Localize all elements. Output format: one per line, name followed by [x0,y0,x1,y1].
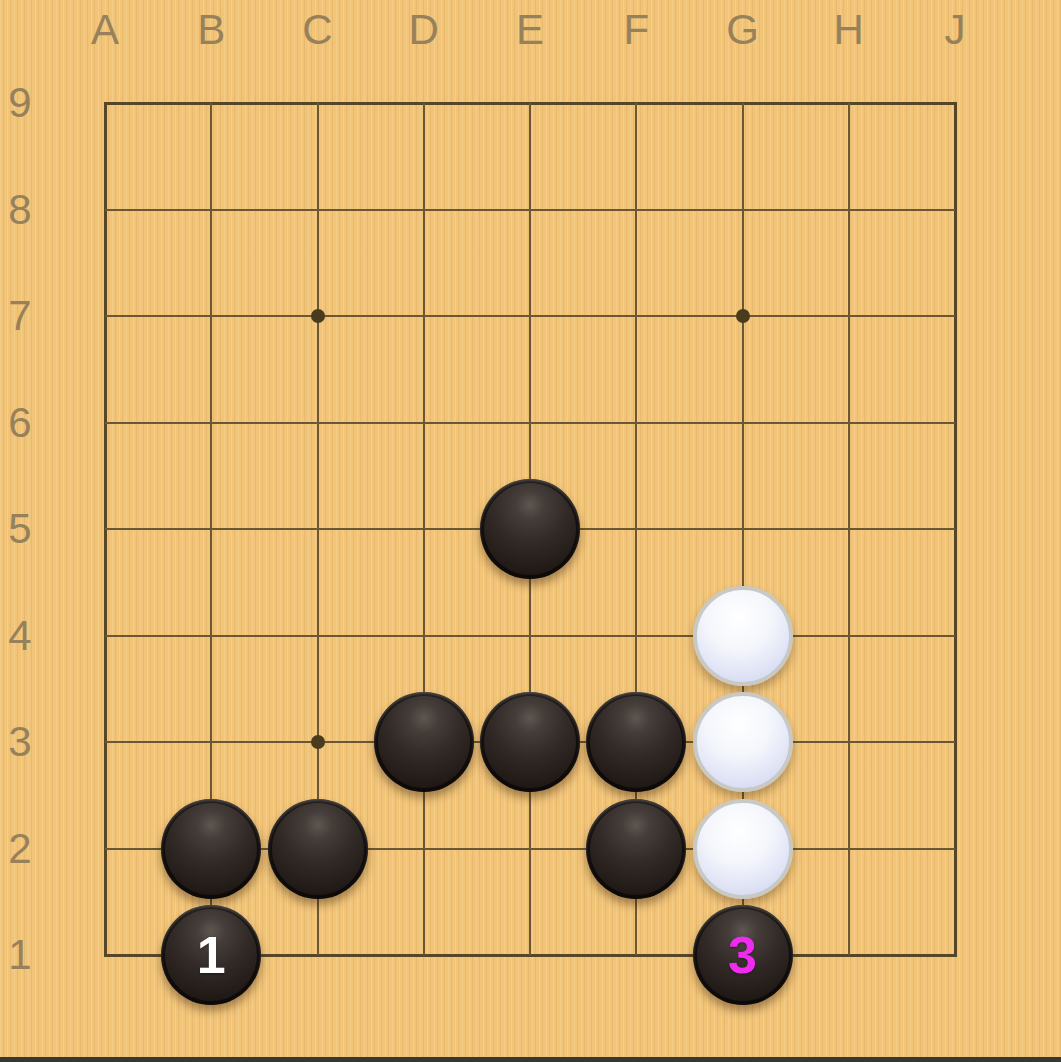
intersection-F1[interactable] [583,902,689,1009]
column-label-C: C [265,8,371,52]
intersection-D2[interactable] [371,795,477,902]
intersection-G1[interactable]: 3 [689,902,795,1009]
intersection-B2[interactable] [158,795,264,902]
black-stone-B2[interactable] [161,799,261,899]
intersection-H6[interactable] [796,369,902,476]
intersection-D1[interactable] [371,902,477,1009]
intersection-D6[interactable] [371,369,477,476]
intersection-F8[interactable] [583,156,689,263]
row-label-7: 7 [0,294,40,338]
intersection-A7[interactable] [52,263,158,370]
intersection-G7[interactable] [689,263,795,370]
intersection-J7[interactable] [902,263,1008,370]
intersection-A9[interactable] [52,50,158,157]
intersection-A8[interactable] [52,156,158,263]
intersection-D9[interactable] [371,50,477,157]
intersection-E9[interactable] [477,50,583,157]
intersection-C3[interactable] [264,689,370,796]
star-point-C7 [311,309,325,323]
intersection-G6[interactable] [689,369,795,476]
row-label-4: 4 [0,614,40,658]
intersection-B9[interactable] [158,50,264,157]
intersection-D4[interactable] [371,582,477,689]
column-label-D: D [371,8,477,52]
intersection-A2[interactable] [52,795,158,902]
intersection-E1[interactable] [477,902,583,1009]
column-label-J: J [902,8,1008,52]
intersection-F3[interactable] [583,689,689,796]
column-label-A: A [52,8,158,52]
intersection-H1[interactable] [796,902,902,1009]
intersection-J3[interactable] [902,689,1008,796]
intersection-G9[interactable] [689,50,795,157]
intersection-B4[interactable] [158,582,264,689]
column-label-G: G [690,8,796,52]
intersection-J8[interactable] [902,156,1008,263]
intersection-H9[interactable] [796,50,902,157]
intersection-F4[interactable] [583,582,689,689]
intersection-A5[interactable] [52,476,158,583]
go-board: 13 ABCDEFGHJ987654321 [0,0,1061,1062]
intersection-C5[interactable] [264,476,370,583]
intersection-C1[interactable] [264,902,370,1009]
row-label-2: 2 [0,827,40,871]
intersection-G4[interactable] [689,582,795,689]
intersection-A6[interactable] [52,369,158,476]
intersection-D5[interactable] [371,476,477,583]
intersection-F7[interactable] [583,263,689,370]
intersection-B1[interactable]: 1 [158,902,264,1009]
intersection-J4[interactable] [902,582,1008,689]
column-label-F: F [583,8,689,52]
intersection-B3[interactable] [158,689,264,796]
intersection-B7[interactable] [158,263,264,370]
intersection-D3[interactable] [371,689,477,796]
intersection-F2[interactable] [583,795,689,902]
row-label-8: 8 [0,188,40,232]
star-point-C3 [311,735,325,749]
intersection-E6[interactable] [477,369,583,476]
black-stone-B1[interactable]: 1 [161,905,261,1005]
intersection-B8[interactable] [158,156,264,263]
window-bottom-edge [0,1057,1061,1062]
black-stone-G1[interactable]: 3 [693,905,793,1005]
intersection-J5[interactable] [902,476,1008,583]
black-stone-F2[interactable] [586,799,686,899]
intersection-C8[interactable] [264,156,370,263]
star-point-G7 [736,309,750,323]
intersection-B5[interactable] [158,476,264,583]
row-label-3: 3 [0,720,40,764]
column-label-H: H [796,8,902,52]
intersection-J9[interactable] [902,50,1008,157]
intersection-F6[interactable] [583,369,689,476]
intersection-G8[interactable] [689,156,795,263]
black-stone-E5[interactable] [480,479,580,579]
column-label-B: B [158,8,264,52]
white-stone-G2[interactable] [693,799,793,899]
black-stone-E3[interactable] [480,692,580,792]
intersection-J2[interactable] [902,795,1008,902]
intersection-C4[interactable] [264,582,370,689]
intersection-H2[interactable] [796,795,902,902]
intersection-G5[interactable] [689,476,795,583]
intersection-A4[interactable] [52,582,158,689]
intersection-D7[interactable] [371,263,477,370]
intersection-C2[interactable] [264,795,370,902]
intersection-C6[interactable] [264,369,370,476]
intersection-H8[interactable] [796,156,902,263]
intersection-E4[interactable] [477,582,583,689]
intersection-H5[interactable] [796,476,902,583]
column-label-E: E [477,8,583,52]
row-label-6: 6 [0,401,40,445]
intersection-D8[interactable] [371,156,477,263]
intersection-B6[interactable] [158,369,264,476]
intersection-A3[interactable] [52,689,158,796]
row-label-1: 1 [0,933,40,977]
intersection-grid: 13 [52,50,1008,1009]
intersection-H3[interactable] [796,689,902,796]
intersection-E2[interactable] [477,795,583,902]
intersection-F5[interactable] [583,476,689,583]
intersection-H4[interactable] [796,582,902,689]
row-label-5: 5 [0,507,40,551]
intersection-E7[interactable] [477,263,583,370]
intersection-E3[interactable] [477,689,583,796]
intersection-J1[interactable] [902,902,1008,1009]
black-stone-C2[interactable] [268,799,368,899]
row-label-9: 9 [0,81,40,125]
move-number-label: 3 [728,929,757,981]
white-stone-G3[interactable] [693,692,793,792]
black-stone-F3[interactable] [586,692,686,792]
move-number-label: 1 [197,929,226,981]
intersection-H7[interactable] [796,263,902,370]
intersection-J6[interactable] [902,369,1008,476]
intersection-C9[interactable] [264,50,370,157]
black-stone-D3[interactable] [374,692,474,792]
intersection-G3[interactable] [689,689,795,796]
intersection-G2[interactable] [689,795,795,902]
intersection-A1[interactable] [52,902,158,1009]
intersection-F9[interactable] [583,50,689,157]
intersection-E8[interactable] [477,156,583,263]
white-stone-G4[interactable] [693,586,793,686]
intersection-E5[interactable] [477,476,583,583]
intersection-C7[interactable] [264,263,370,370]
